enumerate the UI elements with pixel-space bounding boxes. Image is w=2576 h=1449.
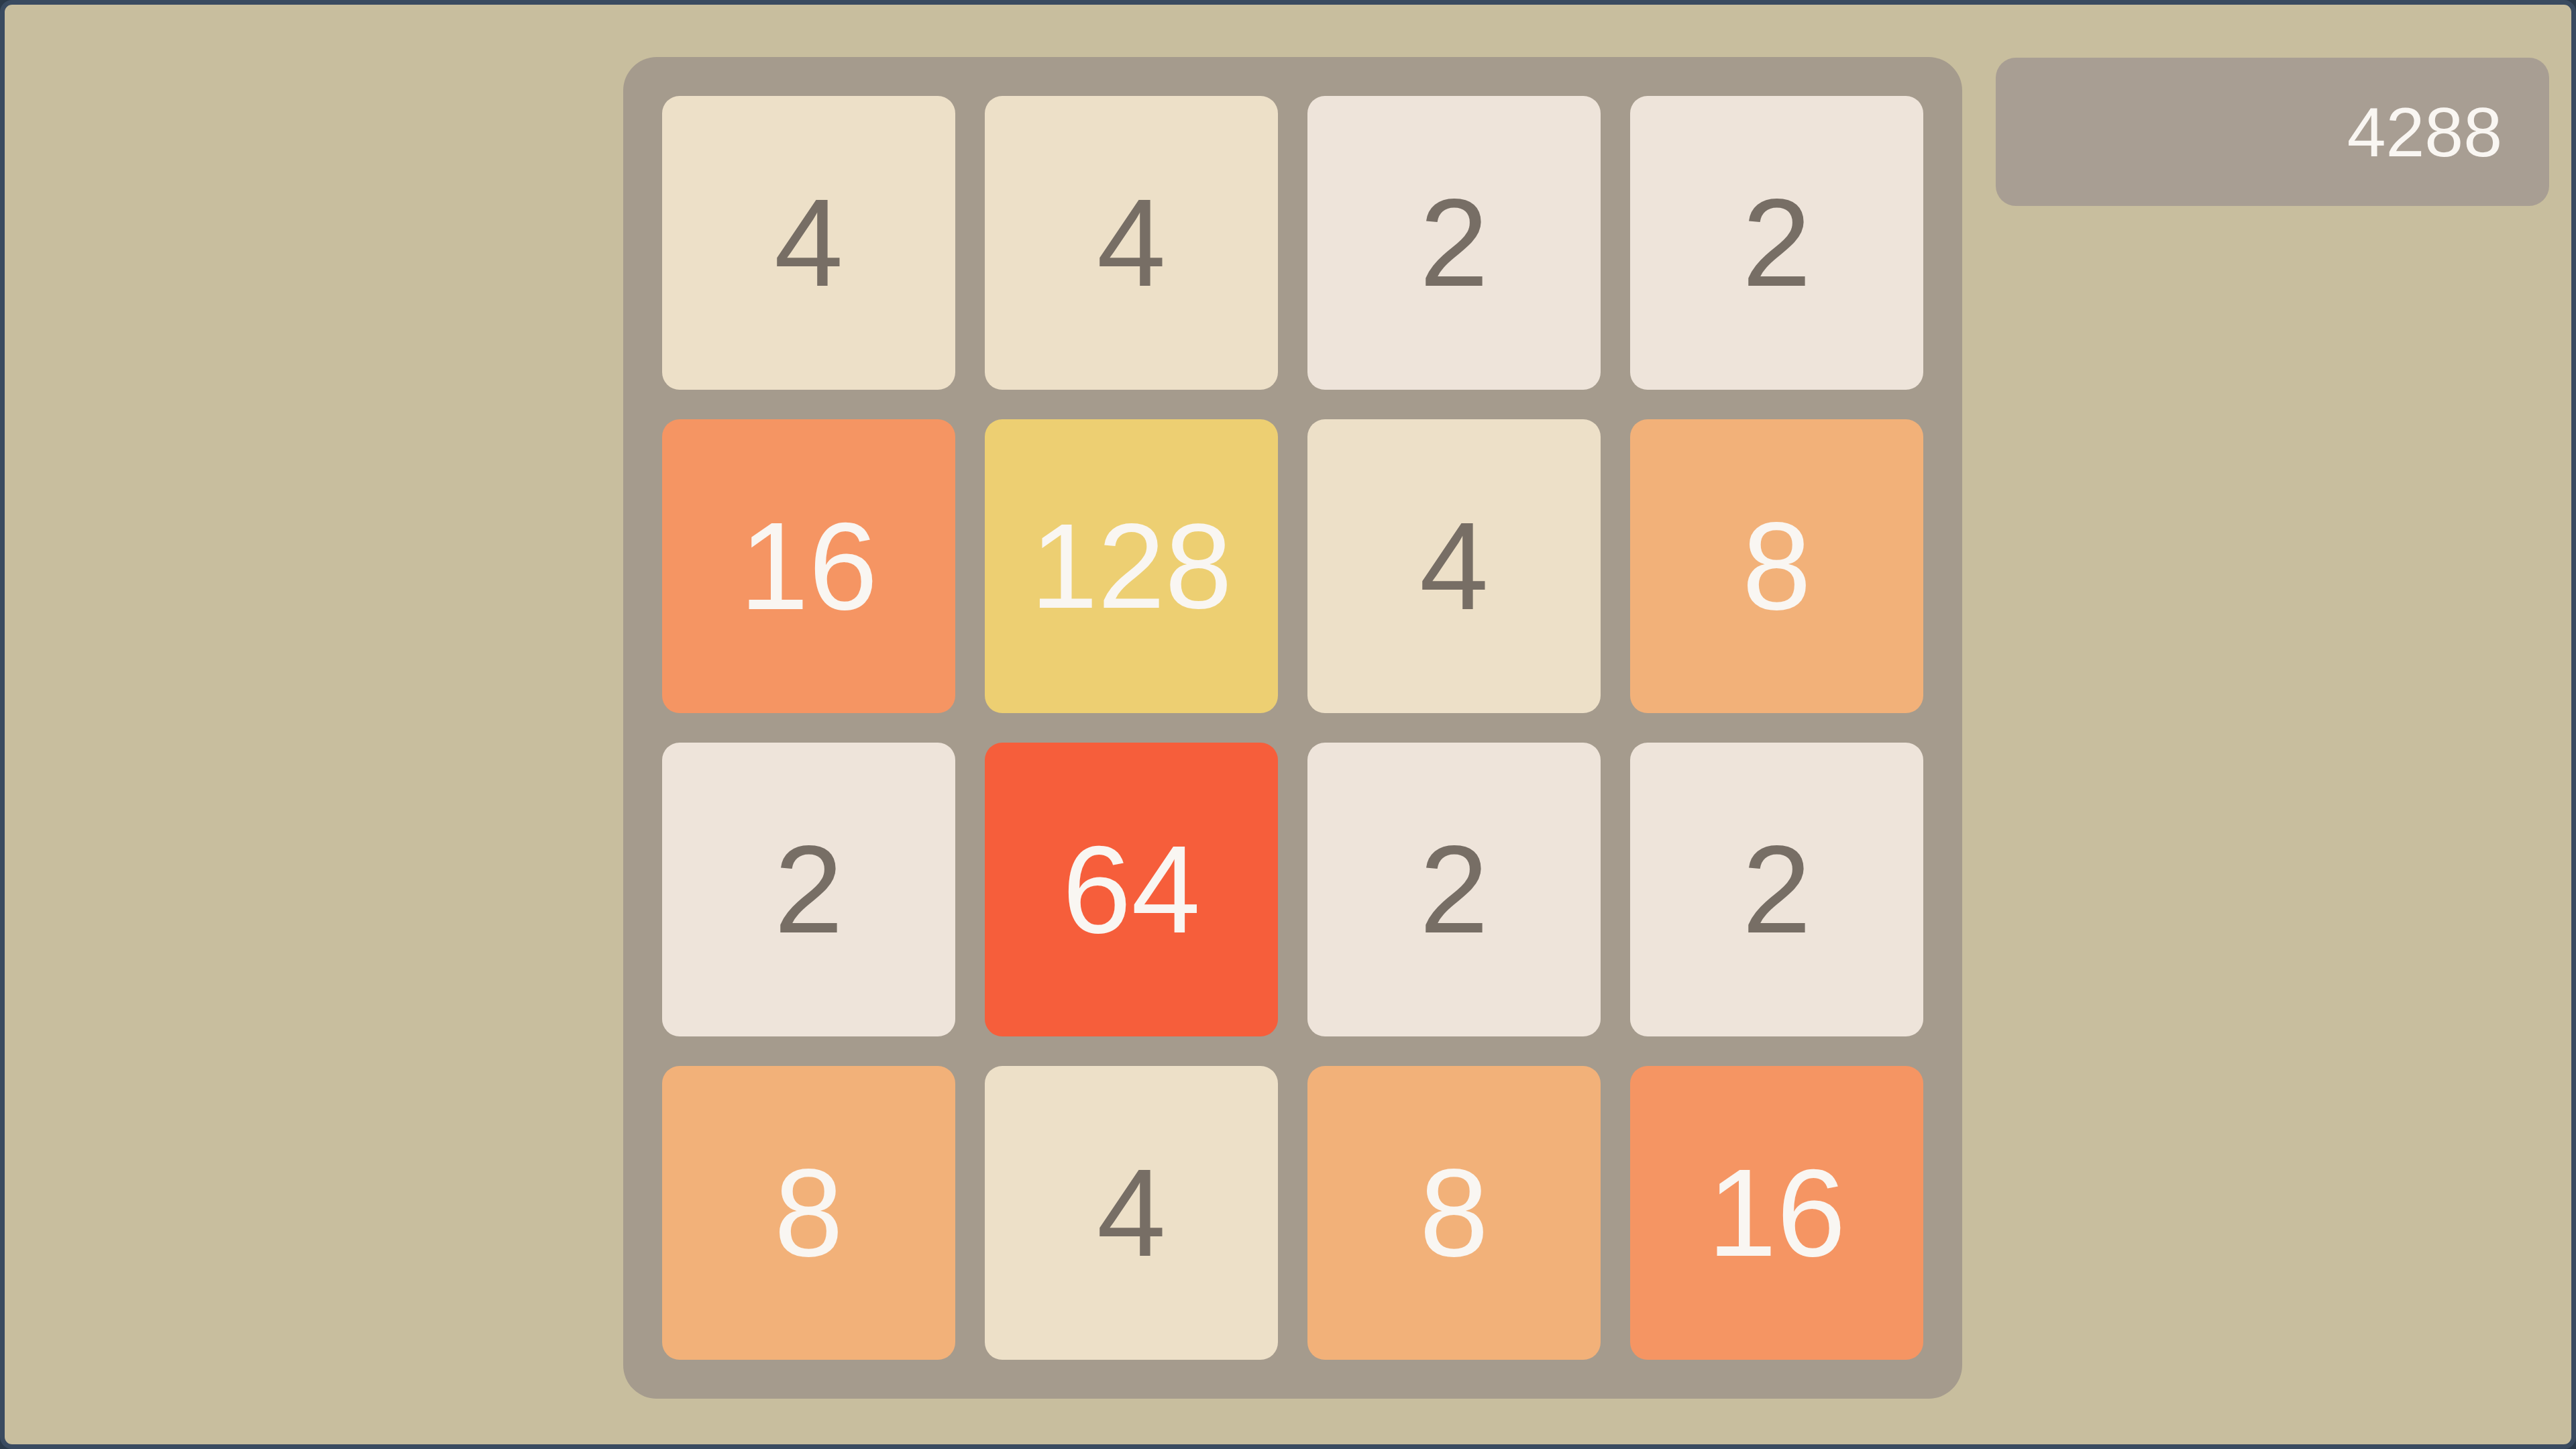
tile-4-r4c2: 4 bbox=[985, 1066, 1278, 1360]
tile-2-r3c3: 2 bbox=[1307, 743, 1601, 1036]
tile-4-r1c2: 4 bbox=[985, 96, 1278, 390]
tile-4-r2c3: 4 bbox=[1307, 419, 1601, 713]
tile-4-r1c1: 4 bbox=[662, 96, 955, 390]
tile-64-r3c2: 64 bbox=[985, 743, 1278, 1036]
tile-8-r2c4: 8 bbox=[1630, 419, 1923, 713]
tile-2-r1c4: 2 bbox=[1630, 96, 1923, 390]
tile-8-r4c1: 8 bbox=[662, 1066, 955, 1360]
tile-16-r4c4: 16 bbox=[1630, 1066, 1923, 1360]
board[interactable]: 442216128482642284816 bbox=[623, 57, 1962, 1399]
tile-16-r2c1: 16 bbox=[662, 419, 955, 713]
score-box: 4288 bbox=[1996, 58, 2549, 206]
tile-2-r3c4: 2 bbox=[1630, 743, 1923, 1036]
app-window: 4288 442216128482642284816 bbox=[0, 0, 2576, 1449]
tile-8-r4c3: 8 bbox=[1307, 1066, 1601, 1360]
tile-2-r1c3: 2 bbox=[1307, 96, 1601, 390]
tile-2-r3c1: 2 bbox=[662, 743, 955, 1036]
score-value: 4288 bbox=[2347, 97, 2502, 167]
tile-128-r2c2: 128 bbox=[985, 419, 1278, 713]
